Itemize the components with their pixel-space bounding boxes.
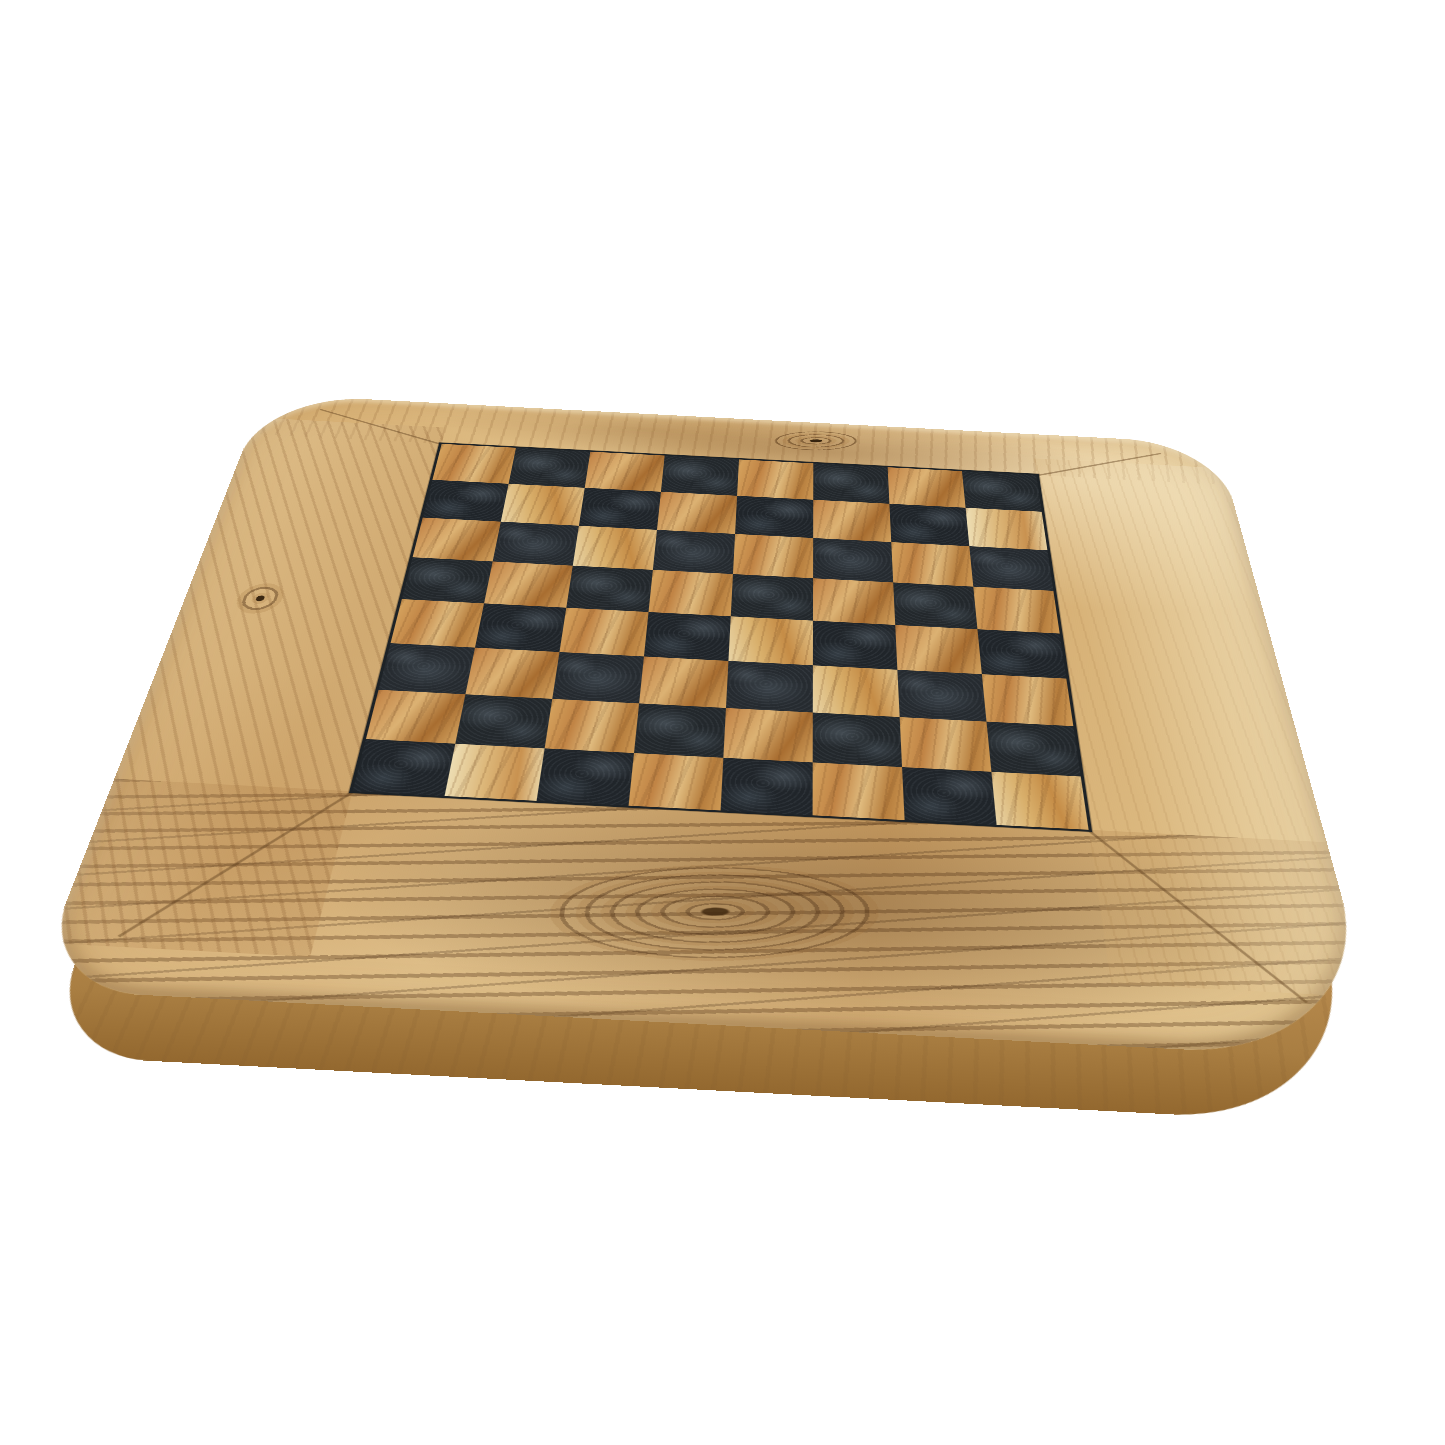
square-e8[interactable]: [737, 459, 813, 499]
frame-miter-seam-bottom-right: [1088, 830, 1308, 1003]
square-d1[interactable]: [629, 753, 724, 810]
square-b5[interactable]: [484, 561, 573, 607]
square-d5[interactable]: [649, 570, 733, 616]
square-d8[interactable]: [661, 456, 739, 496]
square-a3[interactable]: [379, 643, 475, 694]
square-c6[interactable]: [573, 526, 657, 570]
square-g2[interactable]: [900, 717, 992, 772]
squares-grid: [349, 442, 1092, 831]
square-h1[interactable]: [991, 772, 1088, 830]
square-h5[interactable]: [973, 587, 1059, 634]
square-g1[interactable]: [902, 767, 997, 825]
square-e6[interactable]: [733, 534, 813, 578]
square-f2[interactable]: [813, 713, 902, 768]
frame-miter-seam-top-left: [319, 409, 442, 445]
square-d2[interactable]: [634, 703, 726, 757]
square-b8[interactable]: [509, 448, 591, 488]
square-a2[interactable]: [366, 690, 465, 744]
square-h4[interactable]: [977, 629, 1066, 678]
square-g4[interactable]: [895, 625, 982, 674]
square-h3[interactable]: [982, 674, 1073, 726]
frame-miter-seam-top-right: [1035, 453, 1161, 476]
board-top-surface: [32, 394, 1386, 1060]
square-a8[interactable]: [432, 444, 516, 484]
square-d3[interactable]: [639, 656, 728, 707]
square-h2[interactable]: [986, 722, 1080, 777]
square-e1[interactable]: [721, 758, 813, 816]
square-b6[interactable]: [493, 522, 579, 566]
wood-knot-top: [772, 431, 859, 451]
frame-miter-seam-bottom-left: [118, 792, 354, 938]
square-a4[interactable]: [391, 599, 485, 648]
square-f3[interactable]: [813, 665, 900, 717]
square-a6[interactable]: [413, 518, 501, 562]
square-e4[interactable]: [728, 616, 813, 665]
square-c1[interactable]: [537, 748, 634, 805]
square-b2[interactable]: [455, 694, 552, 748]
square-b3[interactable]: [465, 648, 559, 699]
square-h8[interactable]: [962, 471, 1042, 512]
square-h7[interactable]: [966, 508, 1048, 551]
square-a5[interactable]: [402, 557, 493, 603]
wood-knot-left: [225, 579, 295, 619]
square-c3[interactable]: [552, 652, 644, 703]
square-e7[interactable]: [735, 496, 813, 538]
wood-grain-swirl-front: [542, 861, 896, 966]
square-c8[interactable]: [585, 452, 665, 492]
square-c4[interactable]: [559, 608, 648, 657]
square-b7[interactable]: [501, 484, 585, 526]
square-f5[interactable]: [813, 578, 895, 625]
square-a1[interactable]: [353, 739, 456, 796]
square-d6[interactable]: [653, 530, 735, 574]
square-f4[interactable]: [813, 621, 897, 670]
square-g7[interactable]: [889, 504, 969, 546]
square-f7[interactable]: [813, 500, 891, 542]
square-b1[interactable]: [445, 744, 545, 801]
square-a7[interactable]: [423, 480, 509, 522]
frame-right-band: [1034, 458, 1369, 997]
square-e3[interactable]: [726, 661, 813, 713]
square-b4[interactable]: [475, 603, 566, 652]
square-e2[interactable]: [723, 708, 812, 762]
square-c5[interactable]: [566, 566, 653, 612]
square-g8[interactable]: [888, 467, 966, 508]
square-f8[interactable]: [813, 463, 889, 503]
square-f1[interactable]: [813, 762, 905, 820]
square-g3[interactable]: [897, 670, 986, 722]
square-h6[interactable]: [969, 546, 1053, 591]
square-f6[interactable]: [813, 538, 893, 582]
square-c7[interactable]: [579, 488, 661, 530]
square-e5[interactable]: [731, 574, 813, 621]
product-photo-background: Empty rustic live-edge olive wood chess …: [0, 0, 1445, 1445]
square-c2[interactable]: [545, 699, 639, 753]
square-d7[interactable]: [657, 492, 737, 534]
square-g6[interactable]: [891, 542, 973, 587]
square-d4[interactable]: [644, 612, 731, 661]
square-g5[interactable]: [893, 582, 977, 629]
